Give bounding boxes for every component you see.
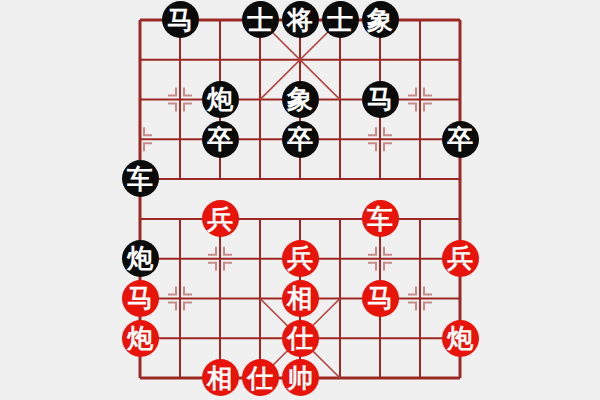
piece-black-elephant[interactable]: 象 (282, 81, 319, 118)
piece-black-horse[interactable]: 马 (162, 1, 199, 38)
piece-black-chariot[interactable]: 车 (122, 160, 159, 197)
piece-layer: 马士将士象炮象马卒卒卒车兵车炮兵兵马相马炮仕炮相仕帅 (120, 0, 480, 398)
piece-red-soldier[interactable]: 兵 (202, 200, 239, 237)
piece-black-soldier[interactable]: 卒 (442, 121, 479, 158)
piece-black-horse[interactable]: 马 (362, 81, 399, 118)
piece-black-advisor[interactable]: 士 (322, 1, 359, 38)
piece-black-elephant[interactable]: 象 (362, 1, 399, 38)
piece-red-chariot[interactable]: 车 (362, 200, 399, 237)
piece-black-cannon[interactable]: 炮 (202, 81, 239, 118)
piece-red-cannon[interactable]: 炮 (122, 320, 159, 357)
piece-red-elephant[interactable]: 相 (282, 280, 319, 317)
piece-red-soldier[interactable]: 兵 (282, 240, 319, 277)
piece-red-soldier[interactable]: 兵 (442, 240, 479, 277)
piece-red-horse[interactable]: 马 (362, 280, 399, 317)
piece-red-horse[interactable]: 马 (122, 280, 159, 317)
piece-black-soldier[interactable]: 卒 (282, 121, 319, 158)
piece-black-soldier[interactable]: 卒 (202, 121, 239, 158)
piece-red-elephant[interactable]: 相 (202, 359, 239, 396)
piece-red-cannon[interactable]: 炮 (442, 320, 479, 357)
piece-red-advisor[interactable]: 仕 (282, 320, 319, 357)
piece-red-general[interactable]: 帅 (282, 359, 319, 396)
piece-red-advisor[interactable]: 仕 (242, 359, 279, 396)
piece-black-cannon[interactable]: 炮 (122, 240, 159, 277)
xiangqi-board: 马士将士象炮象马卒卒卒车兵车炮兵兵马相马炮仕炮相仕帅 (0, 0, 600, 400)
piece-black-general[interactable]: 将 (282, 1, 319, 38)
piece-black-advisor[interactable]: 士 (242, 1, 279, 38)
